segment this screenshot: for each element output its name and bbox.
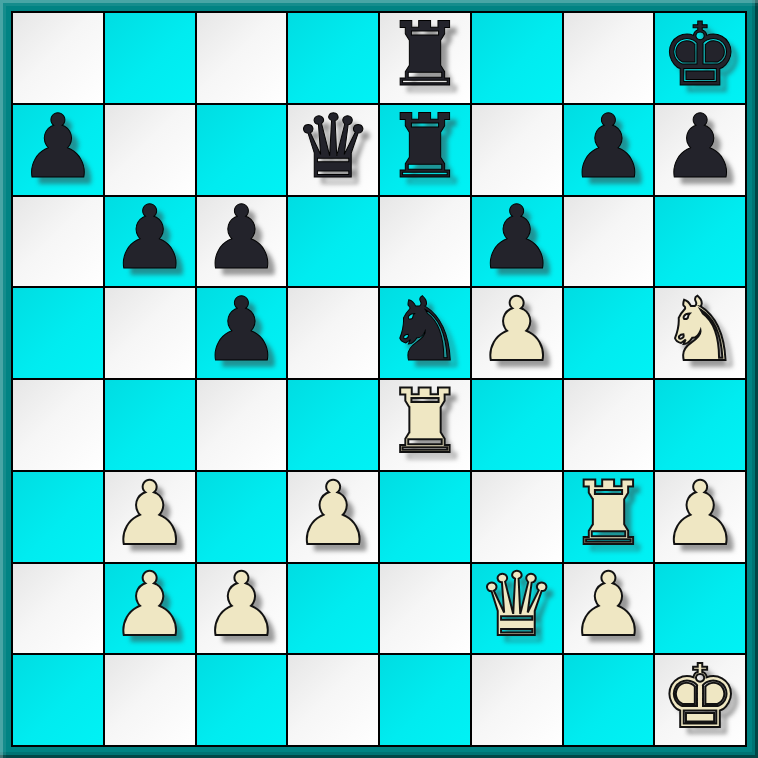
square-h1[interactable]: ♚ — [655, 655, 745, 745]
white-pawn-icon: ♟ — [477, 288, 556, 374]
square-h6[interactable] — [655, 197, 745, 287]
square-g2[interactable]: ♟ — [564, 564, 654, 654]
square-a1[interactable] — [13, 655, 103, 745]
square-e3[interactable] — [380, 472, 470, 562]
white-rook-icon: ♜ — [385, 380, 464, 466]
square-e6[interactable] — [380, 197, 470, 287]
square-a6[interactable] — [13, 197, 103, 287]
square-a3[interactable] — [13, 472, 103, 562]
black-queen-icon: ♛ — [294, 105, 373, 191]
square-a8[interactable] — [13, 13, 103, 103]
black-pawn-icon: ♟ — [202, 288, 281, 374]
black-pawn-icon: ♟ — [202, 197, 281, 283]
square-g4[interactable] — [564, 380, 654, 470]
square-h5[interactable]: ♞ — [655, 288, 745, 378]
square-d2[interactable] — [288, 564, 378, 654]
black-pawn-icon: ♟ — [477, 197, 556, 283]
black-pawn-icon: ♟ — [18, 105, 97, 191]
black-rook-icon: ♜ — [385, 105, 464, 191]
square-g6[interactable] — [564, 197, 654, 287]
white-queen-icon: ♛ — [477, 564, 556, 650]
square-d3[interactable]: ♟ — [288, 472, 378, 562]
white-pawn-icon: ♟ — [569, 564, 648, 650]
square-h4[interactable] — [655, 380, 745, 470]
square-d4[interactable] — [288, 380, 378, 470]
square-e7[interactable]: ♜ — [380, 105, 470, 195]
square-e5[interactable]: ♞ — [380, 288, 470, 378]
square-f6[interactable]: ♟ — [472, 197, 562, 287]
square-c2[interactable]: ♟ — [197, 564, 287, 654]
chess-board: ♜♚♟♛♜♟♟♟♟♟♟♞♟♞♜♟♟♜♟♟♟♛♟♚ — [11, 11, 747, 747]
black-knight-icon: ♞ — [385, 288, 464, 374]
square-a5[interactable] — [13, 288, 103, 378]
square-f4[interactable] — [472, 380, 562, 470]
square-c7[interactable] — [197, 105, 287, 195]
square-h7[interactable]: ♟ — [655, 105, 745, 195]
white-knight-icon: ♞ — [661, 288, 740, 374]
square-e2[interactable] — [380, 564, 470, 654]
white-king-icon: ♚ — [661, 655, 740, 741]
square-f5[interactable]: ♟ — [472, 288, 562, 378]
square-c8[interactable] — [197, 13, 287, 103]
square-a4[interactable] — [13, 380, 103, 470]
white-pawn-icon: ♟ — [661, 472, 740, 558]
square-e8[interactable]: ♜ — [380, 13, 470, 103]
square-c3[interactable] — [197, 472, 287, 562]
square-g1[interactable] — [564, 655, 654, 745]
white-pawn-icon: ♟ — [110, 472, 189, 558]
square-b2[interactable]: ♟ — [105, 564, 195, 654]
square-e1[interactable] — [380, 655, 470, 745]
square-b7[interactable] — [105, 105, 195, 195]
square-a2[interactable] — [13, 564, 103, 654]
square-g7[interactable]: ♟ — [564, 105, 654, 195]
square-b8[interactable] — [105, 13, 195, 103]
square-a7[interactable]: ♟ — [13, 105, 103, 195]
square-g5[interactable] — [564, 288, 654, 378]
square-f8[interactable] — [472, 13, 562, 103]
square-c1[interactable] — [197, 655, 287, 745]
board-frame: ♜♚♟♛♜♟♟♟♟♟♟♞♟♞♜♟♟♜♟♟♟♛♟♚ — [0, 0, 758, 758]
black-king-icon: ♚ — [661, 13, 740, 99]
square-g8[interactable] — [564, 13, 654, 103]
square-h2[interactable] — [655, 564, 745, 654]
square-d1[interactable] — [288, 655, 378, 745]
square-d8[interactable] — [288, 13, 378, 103]
white-pawn-icon: ♟ — [294, 472, 373, 558]
square-f3[interactable] — [472, 472, 562, 562]
square-f1[interactable] — [472, 655, 562, 745]
black-pawn-icon: ♟ — [569, 105, 648, 191]
square-e4[interactable]: ♜ — [380, 380, 470, 470]
white-rook-icon: ♜ — [569, 472, 648, 558]
square-h8[interactable]: ♚ — [655, 13, 745, 103]
square-d6[interactable] — [288, 197, 378, 287]
square-c6[interactable]: ♟ — [197, 197, 287, 287]
square-c4[interactable] — [197, 380, 287, 470]
square-c5[interactable]: ♟ — [197, 288, 287, 378]
square-g3[interactable]: ♜ — [564, 472, 654, 562]
square-d7[interactable]: ♛ — [288, 105, 378, 195]
square-b5[interactable] — [105, 288, 195, 378]
square-b4[interactable] — [105, 380, 195, 470]
square-f7[interactable] — [472, 105, 562, 195]
square-f2[interactable]: ♛ — [472, 564, 562, 654]
square-b1[interactable] — [105, 655, 195, 745]
square-d5[interactable] — [288, 288, 378, 378]
square-b3[interactable]: ♟ — [105, 472, 195, 562]
black-pawn-icon: ♟ — [661, 105, 740, 191]
black-rook-icon: ♜ — [385, 13, 464, 99]
black-pawn-icon: ♟ — [110, 197, 189, 283]
square-h3[interactable]: ♟ — [655, 472, 745, 562]
square-b6[interactable]: ♟ — [105, 197, 195, 287]
white-pawn-icon: ♟ — [110, 564, 189, 650]
white-pawn-icon: ♟ — [202, 564, 281, 650]
